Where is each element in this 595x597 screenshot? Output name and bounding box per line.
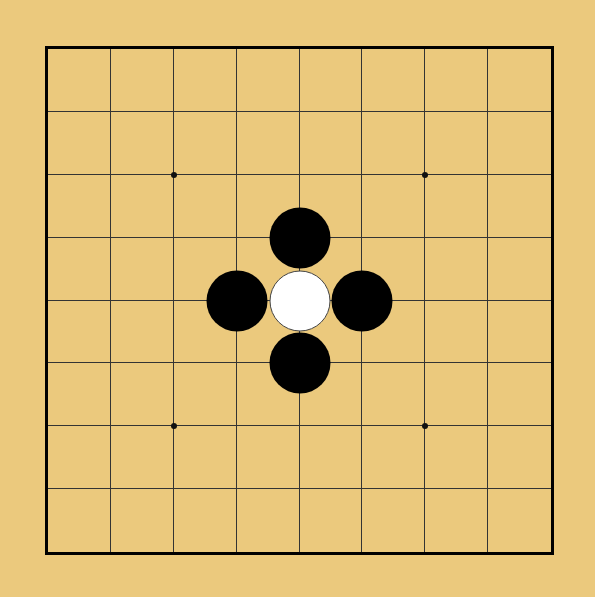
black-stone-e4 bbox=[269, 333, 330, 394]
go-board[interactable] bbox=[45, 46, 554, 555]
stone-layer bbox=[48, 49, 551, 552]
black-stone-e6 bbox=[269, 207, 330, 268]
white-stone-e5 bbox=[269, 270, 330, 331]
goban-background bbox=[0, 0, 595, 597]
black-stone-d5 bbox=[206, 270, 267, 331]
black-stone-f5 bbox=[332, 270, 393, 331]
